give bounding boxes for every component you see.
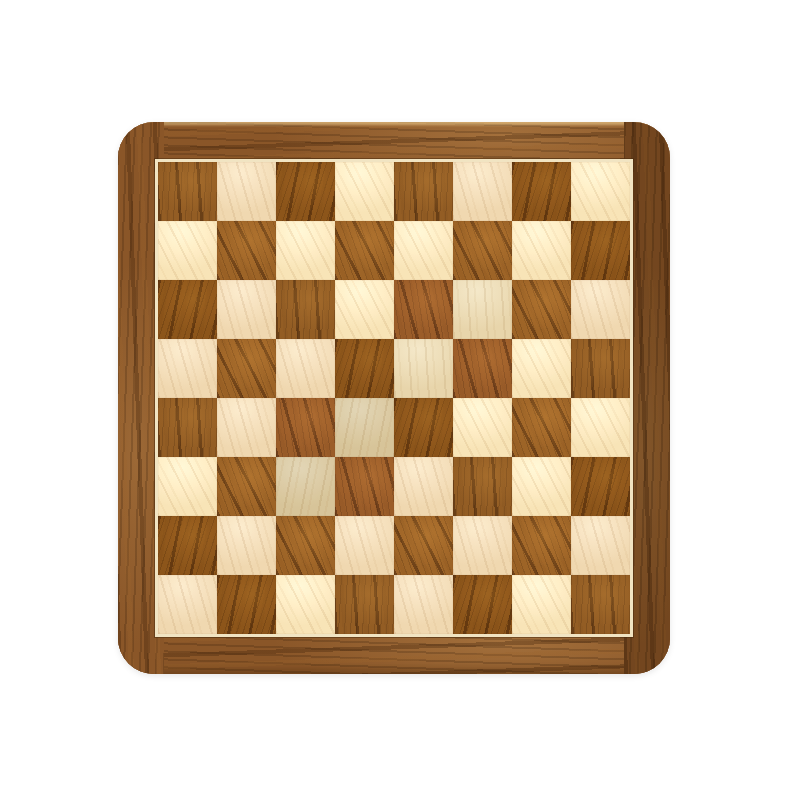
square-b2	[217, 516, 276, 575]
square-c1	[276, 575, 335, 634]
square-b7	[217, 221, 276, 280]
square-h8	[571, 162, 630, 221]
square-e6	[394, 280, 453, 339]
square-e5	[394, 339, 453, 398]
square-f2	[453, 516, 512, 575]
square-d8	[335, 162, 394, 221]
square-e4	[394, 398, 453, 457]
square-g6	[512, 280, 571, 339]
square-h5	[571, 339, 630, 398]
square-a1	[158, 575, 217, 634]
square-f7	[453, 221, 512, 280]
square-b3	[217, 457, 276, 516]
square-e8	[394, 162, 453, 221]
square-h6	[571, 280, 630, 339]
square-g7	[512, 221, 571, 280]
square-g1	[512, 575, 571, 634]
square-b6	[217, 280, 276, 339]
square-c6	[276, 280, 335, 339]
square-g4	[512, 398, 571, 457]
square-d2	[335, 516, 394, 575]
square-g8	[512, 162, 571, 221]
square-h7	[571, 221, 630, 280]
square-f8	[453, 162, 512, 221]
square-d5	[335, 339, 394, 398]
square-c8	[276, 162, 335, 221]
square-b8	[217, 162, 276, 221]
square-c7	[276, 221, 335, 280]
square-h1	[571, 575, 630, 634]
square-f6	[453, 280, 512, 339]
square-a3	[158, 457, 217, 516]
board-grid	[158, 162, 630, 634]
square-a5	[158, 339, 217, 398]
square-f5	[453, 339, 512, 398]
square-a6	[158, 280, 217, 339]
square-d7	[335, 221, 394, 280]
square-b5	[217, 339, 276, 398]
square-e2	[394, 516, 453, 575]
square-g2	[512, 516, 571, 575]
square-c3	[276, 457, 335, 516]
square-c4	[276, 398, 335, 457]
board-inlay-border	[155, 159, 633, 637]
square-h4	[571, 398, 630, 457]
square-a2	[158, 516, 217, 575]
square-c5	[276, 339, 335, 398]
square-c2	[276, 516, 335, 575]
square-g5	[512, 339, 571, 398]
square-d1	[335, 575, 394, 634]
square-d6	[335, 280, 394, 339]
square-d3	[335, 457, 394, 516]
square-e7	[394, 221, 453, 280]
square-d4	[335, 398, 394, 457]
square-g3	[512, 457, 571, 516]
square-a8	[158, 162, 217, 221]
square-f3	[453, 457, 512, 516]
square-a4	[158, 398, 217, 457]
square-b4	[217, 398, 276, 457]
square-h3	[571, 457, 630, 516]
square-h2	[571, 516, 630, 575]
square-e1	[394, 575, 453, 634]
chess-board	[118, 122, 670, 674]
square-e3	[394, 457, 453, 516]
square-b1	[217, 575, 276, 634]
square-f4	[453, 398, 512, 457]
square-f1	[453, 575, 512, 634]
square-a7	[158, 221, 217, 280]
